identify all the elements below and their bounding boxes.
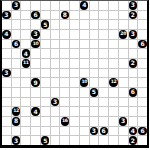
cell-r4c8[interactable] [80, 40, 89, 49]
cell-r12c3[interactable] [31, 117, 40, 126]
cell-r8c4[interactable] [41, 78, 50, 87]
cell-r0c7[interactable] [70, 1, 79, 10]
cell-r5c7[interactable] [70, 49, 79, 58]
clue-circle-5: 5 [41, 136, 49, 144]
cell-r2c6[interactable] [60, 20, 69, 29]
cell-r3c6[interactable] [60, 30, 69, 39]
cell-r5c14[interactable] [138, 49, 147, 58]
cell-r6c13[interactable]: 2 [129, 59, 138, 68]
cell-r13c1[interactable] [12, 127, 21, 136]
cell-r3c10[interactable] [99, 30, 108, 39]
cell-r14c8[interactable] [80, 136, 89, 145]
cell-r13c13[interactable]: 4 [129, 127, 138, 136]
cell-r12c14[interactable] [138, 117, 147, 126]
clue-circle-4: 4 [129, 127, 137, 135]
cell-r0c9[interactable] [90, 1, 99, 10]
cell-r7c0[interactable]: 3 [2, 69, 11, 78]
cell-r8c0[interactable] [2, 78, 11, 87]
cell-r14c6[interactable] [60, 136, 69, 145]
cell-r4c11[interactable] [109, 40, 118, 49]
cell-r9c0[interactable] [2, 88, 11, 97]
clue-circle-4: 4 [22, 49, 30, 57]
cell-r13c2[interactable] [21, 127, 30, 136]
cell-r2c4[interactable]: 5 [41, 20, 50, 29]
cell-r5c13[interactable] [129, 49, 138, 58]
cell-r13c12[interactable] [119, 127, 128, 136]
cell-r1c2[interactable] [21, 11, 30, 20]
cell-r13c11[interactable] [109, 127, 118, 136]
cell-r3c7[interactable] [70, 30, 79, 39]
cell-r11c5[interactable] [51, 107, 60, 116]
cell-r0c14[interactable] [138, 1, 147, 10]
cell-r5c0[interactable] [2, 49, 11, 58]
cell-r11c1[interactable]: 12 [12, 107, 21, 116]
cell-r7c13[interactable] [129, 69, 138, 78]
cell-r12c2[interactable] [21, 117, 30, 126]
clue-circle-3: 3 [90, 127, 98, 135]
cell-r7c3[interactable] [31, 69, 40, 78]
cell-r7c9[interactable] [90, 69, 99, 78]
cell-r9c14[interactable] [138, 88, 147, 97]
cell-r9c11[interactable] [109, 88, 118, 97]
cell-r5c6[interactable] [60, 49, 69, 58]
cell-r3c3[interactable]: 3 [31, 30, 40, 39]
clue-circle-3: 3 [129, 1, 137, 9]
clue-circle-12: 12 [109, 78, 117, 86]
clue-circle-4: 4 [80, 1, 88, 9]
cell-r11c11[interactable] [109, 107, 118, 116]
cell-r1c1[interactable] [12, 11, 21, 20]
cell-r10c4[interactable] [41, 98, 50, 107]
cell-r14c3[interactable] [31, 136, 40, 145]
cell-r3c13[interactable]: 3 [129, 30, 138, 39]
cell-r14c10[interactable] [99, 136, 108, 145]
clue-circle-3: 3 [129, 30, 137, 38]
cell-r9c12[interactable] [119, 88, 128, 97]
clue-circle-4: 4 [2, 30, 10, 38]
cell-r13c8[interactable] [80, 127, 89, 136]
cell-r13c7[interactable] [70, 127, 79, 136]
cell-r0c1[interactable]: 3 [12, 1, 21, 10]
cell-r11c2[interactable] [21, 107, 30, 116]
cell-r6c7[interactable] [70, 59, 79, 68]
cell-r12c6[interactable]: 16 [60, 117, 69, 126]
cell-r5c11[interactable] [109, 49, 118, 58]
clue-circle-8: 8 [61, 11, 69, 19]
cell-r4c2[interactable] [21, 40, 30, 49]
clue-circle-10: 10 [80, 78, 88, 86]
cell-r6c12[interactable] [119, 59, 128, 68]
cell-r3c1[interactable] [12, 30, 21, 39]
cell-r4c13[interactable] [129, 40, 138, 49]
cell-r8c10[interactable] [99, 78, 108, 87]
clue-circle-3: 3 [2, 69, 10, 77]
clue-circle-3: 3 [31, 30, 39, 38]
cell-r13c6[interactable] [60, 127, 69, 136]
cell-r11c9[interactable] [90, 107, 99, 116]
puzzle-board: 3433682543203610641123910125631248163364… [0, 0, 149, 148]
cell-r10c0[interactable] [2, 98, 11, 107]
cell-r0c0[interactable] [2, 1, 11, 10]
cell-r6c9[interactable] [90, 59, 99, 68]
cell-r4c5[interactable] [51, 40, 60, 49]
cell-r5c1[interactable] [12, 49, 21, 58]
cell-r6c8[interactable] [80, 59, 89, 68]
cell-r8c3[interactable]: 9 [31, 78, 40, 87]
cell-r5c2[interactable]: 4 [21, 49, 30, 58]
cell-r9c13[interactable]: 6 [129, 88, 138, 97]
cell-r1c7[interactable] [70, 11, 79, 20]
cell-r13c5[interactable] [51, 127, 60, 136]
cell-r8c6[interactable] [60, 78, 69, 87]
clue-circle-3: 3 [12, 1, 20, 9]
cell-r6c4[interactable] [41, 59, 50, 68]
cell-r3c12[interactable]: 20 [119, 30, 128, 39]
cell-r8c9[interactable] [90, 78, 99, 87]
cell-r10c12[interactable] [119, 98, 128, 107]
cell-r0c12[interactable] [119, 1, 128, 10]
clue-circle-5: 5 [41, 20, 49, 28]
cell-r1c4[interactable] [41, 11, 50, 20]
cell-r1c8[interactable] [80, 11, 89, 20]
cell-r0c2[interactable] [21, 1, 30, 10]
cell-r3c14[interactable] [138, 30, 147, 39]
cell-r3c5[interactable] [51, 30, 60, 39]
clue-circle-3: 3 [119, 117, 127, 125]
cell-r12c9[interactable] [90, 117, 99, 126]
clue-circle-6: 6 [138, 127, 146, 135]
cell-r3c0[interactable]: 4 [2, 30, 11, 39]
clue-circle-3: 3 [12, 136, 20, 144]
cell-r2c1[interactable] [12, 20, 21, 29]
cell-r7c12[interactable] [119, 69, 128, 78]
clue-circle-10: 10 [31, 40, 39, 48]
cell-r7c5[interactable] [51, 69, 60, 78]
cell-r6c10[interactable] [99, 59, 108, 68]
cell-r14c11[interactable] [109, 136, 118, 145]
cell-r6c5[interactable] [51, 59, 60, 68]
cell-r6c1[interactable] [12, 59, 21, 68]
clue-circle-12: 12 [12, 107, 20, 115]
cell-r5c5[interactable] [51, 49, 60, 58]
cell-r11c8[interactable] [80, 107, 89, 116]
cell-r7c8[interactable] [80, 69, 89, 78]
clue-circle-11: 11 [22, 59, 30, 67]
cell-r5c9[interactable] [90, 49, 99, 58]
cell-r12c0[interactable] [2, 117, 11, 126]
cell-r4c1[interactable]: 6 [12, 40, 21, 49]
cell-r8c7[interactable] [70, 78, 79, 87]
cell-r13c3[interactable] [31, 127, 40, 136]
cell-r12c8[interactable] [80, 117, 89, 126]
clue-circle-3: 3 [2, 11, 10, 19]
cell-r9c9[interactable]: 5 [90, 88, 99, 97]
cell-r5c8[interactable] [80, 49, 89, 58]
cell-r7c14[interactable] [138, 69, 147, 78]
cell-r2c9[interactable] [90, 20, 99, 29]
cell-r0c11[interactable] [109, 1, 118, 10]
cell-r8c13[interactable] [129, 78, 138, 87]
cell-r6c11[interactable] [109, 59, 118, 68]
cell-r10c3[interactable] [31, 98, 40, 107]
clue-circle-5: 5 [90, 88, 98, 96]
cell-r8c11[interactable]: 12 [109, 78, 118, 87]
cell-r13c10[interactable]: 6 [99, 127, 108, 136]
cell-r2c13[interactable] [129, 20, 138, 29]
cell-r0c4[interactable] [41, 1, 50, 10]
cell-r10c5[interactable]: 3 [51, 98, 60, 107]
clue-circle-6: 6 [31, 11, 39, 19]
cell-r12c7[interactable] [70, 117, 79, 126]
cell-r1c12[interactable] [119, 11, 128, 20]
cell-r0c5[interactable] [51, 1, 60, 10]
cell-r5c3[interactable] [31, 49, 40, 58]
cell-r6c2[interactable]: 11 [21, 59, 30, 68]
cell-r14c7[interactable] [70, 136, 79, 145]
cell-r9c4[interactable] [41, 88, 50, 97]
cell-r14c2[interactable] [21, 136, 30, 145]
cell-r14c0[interactable] [2, 136, 11, 145]
cell-r0c10[interactable] [99, 1, 108, 10]
cell-r4c7[interactable] [70, 40, 79, 49]
cell-r11c10[interactable] [99, 107, 108, 116]
cell-r3c4[interactable] [41, 30, 50, 39]
cell-r13c4[interactable] [41, 127, 50, 136]
clue-circle-6: 6 [138, 40, 146, 48]
cell-r14c1[interactable]: 3 [12, 136, 21, 145]
cell-r0c3[interactable] [31, 1, 40, 10]
cell-r7c6[interactable] [60, 69, 69, 78]
cell-r6c0[interactable] [2, 59, 11, 68]
cell-r12c5[interactable] [51, 117, 60, 126]
cell-r2c7[interactable] [70, 20, 79, 29]
cell-r8c12[interactable] [119, 78, 128, 87]
clue-circle-8: 8 [12, 117, 20, 125]
cell-r1c11[interactable] [109, 11, 118, 20]
cell-r14c13[interactable]: 2 [129, 136, 138, 145]
clue-circle-6: 6 [12, 40, 20, 48]
cell-r13c14[interactable]: 6 [138, 127, 147, 136]
cell-r7c1[interactable] [12, 69, 21, 78]
cell-r11c14[interactable] [138, 107, 147, 116]
cell-r7c11[interactable] [109, 69, 118, 78]
cell-r2c12[interactable] [119, 20, 128, 29]
cell-r3c2[interactable] [21, 30, 30, 39]
cell-r11c3[interactable]: 4 [31, 107, 40, 116]
cell-r9c2[interactable] [21, 88, 30, 97]
cell-r2c10[interactable] [99, 20, 108, 29]
cell-r1c9[interactable] [90, 11, 99, 20]
clue-circle-2: 2 [129, 136, 137, 144]
cell-r9c10[interactable] [99, 88, 108, 97]
cell-r9c5[interactable] [51, 88, 60, 97]
cell-r11c12[interactable] [119, 107, 128, 116]
cell-r14c12[interactable] [119, 136, 128, 145]
cell-r10c1[interactable] [12, 98, 21, 107]
cell-r6c6[interactable] [60, 59, 69, 68]
cell-r14c14[interactable] [138, 136, 147, 145]
cell-r7c7[interactable] [70, 69, 79, 78]
clue-circle-16: 16 [61, 117, 69, 125]
cell-r13c9[interactable]: 3 [90, 127, 99, 136]
cell-r4c4[interactable] [41, 40, 50, 49]
cell-r10c6[interactable] [60, 98, 69, 107]
cell-r12c12[interactable]: 3 [119, 117, 128, 126]
cell-r6c3[interactable] [31, 59, 40, 68]
cell-r0c13[interactable]: 3 [129, 1, 138, 10]
cell-r4c12[interactable] [119, 40, 128, 49]
cell-r1c6[interactable]: 8 [60, 11, 69, 20]
cell-r10c9[interactable] [90, 98, 99, 107]
cell-r1c5[interactable] [51, 11, 60, 20]
cell-r12c10[interactable] [99, 117, 108, 126]
cell-r3c8[interactable] [80, 30, 89, 39]
cell-r8c5[interactable] [51, 78, 60, 87]
clue-circle-6: 6 [129, 88, 137, 96]
clue-circle-20: 20 [119, 30, 127, 38]
clue-circle-2: 2 [129, 59, 137, 67]
cell-r8c1[interactable] [12, 78, 21, 87]
cell-r11c6[interactable] [60, 107, 69, 116]
cell-r11c4[interactable] [41, 107, 50, 116]
cell-r7c4[interactable] [41, 69, 50, 78]
clue-circle-2: 2 [129, 11, 137, 19]
clue-circle-9: 9 [31, 78, 39, 86]
clue-circle-4: 4 [31, 107, 39, 115]
cell-r14c5[interactable] [51, 136, 60, 145]
cell-r4c9[interactable] [90, 40, 99, 49]
cell-r10c2[interactable] [21, 98, 30, 107]
cell-r5c12[interactable] [119, 49, 128, 58]
cell-r9c1[interactable] [12, 88, 21, 97]
clue-circle-6: 6 [100, 127, 108, 135]
clue-circle-3: 3 [51, 98, 59, 106]
cell-r3c11[interactable] [109, 30, 118, 39]
cell-r11c7[interactable] [70, 107, 79, 116]
cell-r2c14[interactable] [138, 20, 147, 29]
cell-r10c8[interactable] [80, 98, 89, 107]
cell-r8c8[interactable]: 10 [80, 78, 89, 87]
cell-r9c7[interactable] [70, 88, 79, 97]
cell-r4c3[interactable]: 10 [31, 40, 40, 49]
cell-r2c11[interactable] [109, 20, 118, 29]
cell-r2c0[interactable] [2, 20, 11, 29]
cell-r2c3[interactable] [31, 20, 40, 29]
cell-r14c9[interactable] [90, 136, 99, 145]
cell-r10c13[interactable] [129, 98, 138, 107]
cell-r10c11[interactable] [109, 98, 118, 107]
cell-r1c3[interactable]: 6 [31, 11, 40, 20]
cell-r12c1[interactable]: 8 [12, 117, 21, 126]
cell-r11c13[interactable] [129, 107, 138, 116]
cell-r1c14[interactable] [138, 11, 147, 20]
cell-r12c13[interactable] [129, 117, 138, 126]
cell-r3c9[interactable] [90, 30, 99, 39]
cell-r7c2[interactable] [21, 69, 30, 78]
cell-r9c8[interactable] [80, 88, 89, 97]
cell-r2c5[interactable] [51, 20, 60, 29]
cell-r8c2[interactable] [21, 78, 30, 87]
cell-r2c8[interactable] [80, 20, 89, 29]
cell-r1c13[interactable]: 2 [129, 11, 138, 20]
cell-r0c8[interactable]: 4 [80, 1, 89, 10]
cell-r4c10[interactable] [99, 40, 108, 49]
cell-r14c4[interactable]: 5 [41, 136, 50, 145]
cell-r8c14[interactable] [138, 78, 147, 87]
cell-r7c10[interactable] [99, 69, 108, 78]
cell-r12c11[interactable] [109, 117, 118, 126]
cell-r11c0[interactable] [2, 107, 11, 116]
cell-r9c6[interactable] [60, 88, 69, 97]
cell-r5c10[interactable] [99, 49, 108, 58]
cell-r6c14[interactable] [138, 59, 147, 68]
cell-r9c3[interactable] [31, 88, 40, 97]
cell-r12c4[interactable] [41, 117, 50, 126]
cell-r10c14[interactable] [138, 98, 147, 107]
cell-r1c10[interactable] [99, 11, 108, 20]
cell-r4c6[interactable] [60, 40, 69, 49]
cell-r10c7[interactable] [70, 98, 79, 107]
cell-r13c0[interactable] [2, 127, 11, 136]
cell-r5c4[interactable] [41, 49, 50, 58]
cell-r2c2[interactable] [21, 20, 30, 29]
cell-r1c0[interactable]: 3 [2, 11, 11, 20]
cell-r4c0[interactable] [2, 40, 11, 49]
cell-r4c14[interactable]: 6 [138, 40, 147, 49]
cell-r0c6[interactable] [60, 1, 69, 10]
cell-r10c10[interactable] [99, 98, 108, 107]
